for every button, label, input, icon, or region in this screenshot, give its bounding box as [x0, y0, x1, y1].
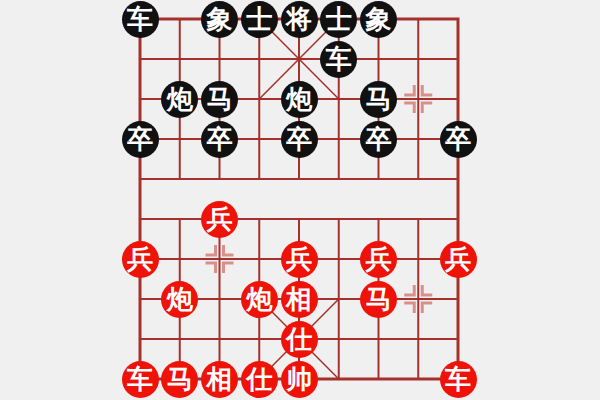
piece-red-horse[interactable]: 马 — [161, 361, 198, 398]
piece-black-chariot[interactable]: 车 — [320, 41, 357, 78]
piece-black-cannon[interactable]: 炮 — [161, 81, 198, 118]
piece-red-advisor[interactable]: 仕 — [281, 321, 318, 358]
piece-black-advisor[interactable]: 士 — [320, 1, 357, 38]
piece-black-soldier[interactable]: 卒 — [122, 121, 159, 158]
piece-black-elephant[interactable]: 象 — [360, 1, 397, 38]
piece-red-chariot[interactable]: 车 — [440, 361, 477, 398]
piece-red-chariot[interactable]: 车 — [122, 361, 159, 398]
piece-red-horse[interactable]: 马 — [360, 281, 397, 318]
piece-black-horse[interactable]: 马 — [201, 81, 238, 118]
piece-black-chariot[interactable]: 车 — [122, 1, 159, 38]
xiangqi-board: 车象士将士象车炮马炮马卒卒卒卒卒兵兵兵兵兵炮炮相马仕车马相仕帅车 — [0, 0, 600, 400]
piece-black-advisor[interactable]: 士 — [241, 1, 278, 38]
pieces-layer: 车象士将士象车炮马炮马卒卒卒卒卒兵兵兵兵兵炮炮相马仕车马相仕帅车 — [120, 0, 478, 399]
piece-red-advisor[interactable]: 仕 — [241, 361, 278, 398]
piece-red-elephant[interactable]: 相 — [281, 281, 318, 318]
piece-red-soldier[interactable]: 兵 — [122, 241, 159, 278]
piece-red-soldier[interactable]: 兵 — [281, 241, 318, 278]
piece-red-soldier[interactable]: 兵 — [201, 201, 238, 238]
piece-black-soldier[interactable]: 卒 — [281, 121, 318, 158]
piece-black-soldier[interactable]: 卒 — [360, 121, 397, 158]
piece-black-soldier[interactable]: 卒 — [440, 121, 477, 158]
piece-red-cannon[interactable]: 炮 — [161, 281, 198, 318]
piece-red-general[interactable]: 帅 — [281, 361, 318, 398]
piece-red-soldier[interactable]: 兵 — [440, 241, 477, 278]
piece-red-elephant[interactable]: 相 — [201, 361, 238, 398]
piece-black-horse[interactable]: 马 — [360, 81, 397, 118]
piece-black-general[interactable]: 将 — [281, 1, 318, 38]
piece-black-cannon[interactable]: 炮 — [281, 81, 318, 118]
piece-black-soldier[interactable]: 卒 — [201, 121, 238, 158]
piece-red-cannon[interactable]: 炮 — [241, 281, 278, 318]
piece-black-elephant[interactable]: 象 — [201, 1, 238, 38]
piece-red-soldier[interactable]: 兵 — [360, 241, 397, 278]
